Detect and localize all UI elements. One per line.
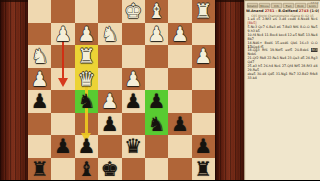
square-e1[interactable]: [98, 0, 121, 23]
square-c8[interactable]: [145, 158, 168, 181]
move-text: 18.Qg3 Rf6 19.Nxf5 exf5 20.Bxb6: [248, 48, 311, 52]
panel-tab-book[interactable]: Book: [295, 3, 306, 8]
panel-tab-notation[interactable]: Notation: [247, 3, 258, 8]
move-text: dxe5 30.d4 Qd5 31.Ng1 Rb7 32.Bd2 Rfb8 33…: [248, 72, 318, 80]
panel-tab-train[interactable]: Train: [283, 3, 294, 8]
move-text: 25.a3 h5 26.h4 Nc6 27.Qf4 Nf5 28.Rf3 d4 …: [248, 64, 318, 72]
square-e4[interactable]: [98, 68, 121, 91]
notation-panel-content: 12:12 NotationMovesInfoTrainBookScore W.…: [245, 1, 320, 180]
square-b7[interactable]: [168, 135, 191, 158]
square-g1[interactable]: [51, 0, 74, 23]
square-c7[interactable]: [145, 135, 168, 158]
move-text: 5.Nc3 Qc7 6.Be3 a6 7.Bd3 Nf6 8.O-O Ne5 9…: [248, 25, 318, 33]
piece-black-p-b6[interactable]: ♟: [168, 113, 191, 136]
current-move[interactable]: Rf3: [311, 48, 318, 52]
piece-black-p-e6[interactable]: ♟: [98, 113, 121, 136]
piece-white-p-g2[interactable]: ♟: [51, 23, 74, 46]
square-a5[interactable]: [192, 90, 215, 113]
piece-black-p-a7[interactable]: ♟: [192, 135, 215, 158]
square-a2[interactable]: [192, 23, 215, 46]
square-b8[interactable]: [168, 158, 191, 181]
square-c3[interactable]: [145, 45, 168, 68]
piece-black-p-g7[interactable]: ♟: [51, 135, 74, 158]
piece-black-n-f5[interactable]: ♞: [75, 90, 98, 113]
move-list[interactable]: 1.e4 c5 2.Nf3 e6 3.d4 cxd4 4.Nxd4 Nc6 [B…: [248, 18, 318, 80]
piece-white-b-c1[interactable]: ♝: [145, 0, 168, 23]
chess-board[interactable]: ♜♚♝♜♟♛♟♟♟♞♟♟♟♟♞♟♟♛♟♟♜♞♟♟♞♟♟♜♝♚: [28, 0, 215, 180]
piece-white-r-a1[interactable]: ♜: [192, 0, 215, 23]
piece-black-p-f7[interactable]: ♟: [75, 135, 98, 158]
move-text: 10.f4 Nc4 11.Bxc4 bxc4 12.e5 Nd5 13.Ne4 …: [248, 33, 318, 41]
game-header: W.Anand 2751 - B.Gelfand 2743 (1-0): [246, 9, 319, 13]
square-b1[interactable]: [168, 0, 191, 23]
piece-white-n-e2[interactable]: ♞: [98, 23, 121, 46]
piece-white-n-h3[interactable]: ♞: [28, 45, 51, 68]
piece-black-r-h8[interactable]: ♜: [28, 158, 51, 181]
piece-white-p-c2[interactable]: ♟: [145, 23, 168, 46]
piece-black-p-d5[interactable]: ♟: [122, 90, 145, 113]
panel-tab-info[interactable]: Info: [271, 3, 282, 8]
piece-white-p-a3[interactable]: ♟: [192, 45, 215, 68]
piece-white-p-h4[interactable]: ♟: [28, 68, 51, 91]
square-h2[interactable]: [28, 23, 51, 46]
square-d8[interactable]: [122, 158, 145, 181]
panel-tab-bar: NotationMovesInfoTrainBookScore: [247, 3, 318, 8]
square-g8[interactable]: [51, 158, 74, 181]
game-result: 1-0: [248, 45, 253, 49]
piece-black-r-a8[interactable]: ♜: [192, 158, 215, 181]
move-text: 1.e4 c5 2.Nf3 e6 3.d4 cxd4 4.Nxd4 Nc6: [248, 17, 318, 21]
arrowhead-g4: [58, 78, 68, 87]
piece-white-p-b2[interactable]: ♟: [168, 23, 191, 46]
piece-white-p-f2[interactable]: ♟: [75, 23, 98, 46]
piece-black-k-e8[interactable]: ♚: [98, 158, 121, 181]
square-e3[interactable]: [98, 45, 121, 68]
piece-black-n-c6[interactable]: ♞: [145, 113, 168, 136]
piece-black-q-d7[interactable]: ♛: [122, 135, 145, 158]
piece-white-r-f3[interactable]: ♜: [75, 45, 98, 68]
piece-black-p-h5[interactable]: ♟: [28, 90, 51, 113]
square-g5[interactable]: [51, 90, 74, 113]
move-line[interactable]: dxe5 30.d4 Qd5 31.Ng1 Rb7 32.Bd2 Rfb8 33…: [248, 72, 318, 80]
square-a4[interactable]: [192, 68, 215, 91]
move-text: 21.Qf2 Rb8 22.Re1 Ne4 23.Qe3 d5 24.Rg3 Q…: [248, 56, 318, 64]
square-b3[interactable]: [168, 45, 191, 68]
square-b5[interactable]: [168, 90, 191, 113]
square-d2[interactable]: [122, 23, 145, 46]
square-a6[interactable]: [192, 113, 215, 136]
video-frame: ♜♚♝♜♟♛♟♟♟♞♟♟♟♟♞♟♟♛♟♟♜♞♟♟♞♟♟♜♝♚ 12:12 Not…: [0, 0, 320, 180]
square-d3[interactable]: [122, 45, 145, 68]
piece-white-p-e5[interactable]: ♟: [98, 90, 121, 113]
panel-tab-score[interactable]: Score: [307, 3, 318, 8]
square-h6[interactable]: [28, 113, 51, 136]
square-c4[interactable]: [145, 68, 168, 91]
move-text: 14.Nd6+ Bxd6 15.exd6 Qb6 16.c3 O-O 17.Qg…: [248, 40, 318, 48]
piece-black-b-f8[interactable]: ♝: [75, 158, 98, 181]
square-e7[interactable]: [98, 135, 121, 158]
piece-white-q-f4[interactable]: ♛: [75, 68, 98, 91]
move-text: - B.Gelfand: [274, 9, 298, 13]
panel-tab-moves[interactable]: Moves: [259, 3, 270, 8]
piece-white-k-d1[interactable]: ♚: [122, 0, 145, 23]
square-b4[interactable]: [168, 68, 191, 91]
move-text: W.Anand: [246, 9, 265, 13]
square-g6[interactable]: [51, 113, 74, 136]
piece-black-p-c5[interactable]: ♟: [145, 90, 168, 113]
red-annotation: 2751: [265, 9, 275, 13]
square-h1[interactable]: [28, 0, 51, 23]
piece-white-p-d4[interactable]: ♟: [122, 68, 145, 91]
move-text: (1-0): [309, 9, 319, 13]
notation-panel[interactable]: 12:12 NotationMovesInfoTrainBookScore W.…: [244, 0, 320, 180]
square-h7[interactable]: [28, 135, 51, 158]
red-annotation: 2743: [299, 9, 309, 13]
wood-frame-right: [215, 0, 244, 180]
square-d6[interactable]: [122, 113, 145, 136]
wood-frame-left: [0, 0, 28, 180]
square-f1[interactable]: [75, 0, 98, 23]
